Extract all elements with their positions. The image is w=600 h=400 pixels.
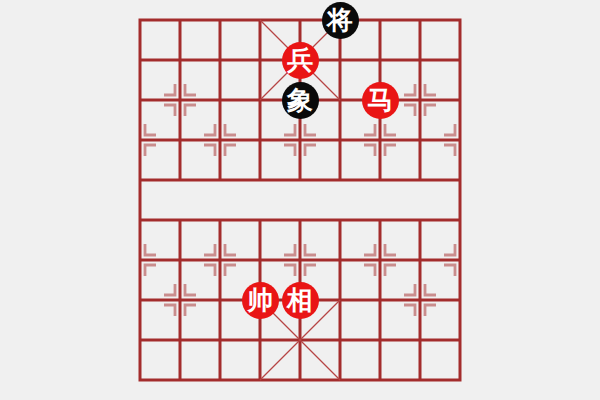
piece-red-soldier[interactable]: 兵 [280, 40, 320, 80]
piece-disc-red: 相 [282, 282, 319, 319]
piece-black-general[interactable]: 将 [320, 0, 360, 40]
piece-disc-red: 兵 [282, 42, 319, 79]
piece-black-elephant[interactable]: 象 [280, 80, 320, 120]
piece-disc-black: 将 [322, 2, 359, 39]
xiangqi-board[interactable]: 将兵象马帅相 [120, 0, 480, 400]
piece-red-elephant[interactable]: 相 [280, 280, 320, 320]
piece-red-horse[interactable]: 马 [360, 80, 400, 120]
piece-red-general[interactable]: 帅 [240, 280, 280, 320]
piece-disc-red: 帅 [242, 282, 279, 319]
piece-disc-red: 马 [362, 82, 399, 119]
xiangqi-diagram: 将兵象马帅相 [0, 0, 600, 400]
piece-disc-black: 象 [282, 82, 319, 119]
